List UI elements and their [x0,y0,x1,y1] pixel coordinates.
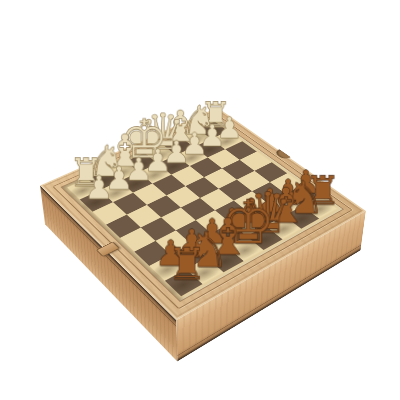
wooden-box: ♜♞♝♚♛♝♞♜♟♟♟♟♟♟♟♟♟♟♟♟♟♟♟♟♜♞♝♚♛♝♞♜ [40,108,366,321]
box-lid: ♜♞♝♚♛♝♞♜♟♟♟♟♟♟♟♟♟♟♟♟♟♟♟♟♜♞♝♚♛♝♞♜ [40,108,366,321]
chess-set-photo: ♜♞♝♚♛♝♞♜♟♟♟♟♟♟♟♟♟♟♟♟♟♟♟♟♜♞♝♚♛♝♞♜ [0,0,400,400]
black-rook[interactable]: ♜ [153,243,221,285]
white-pawn[interactable]: ♟ [68,172,128,203]
